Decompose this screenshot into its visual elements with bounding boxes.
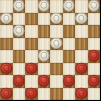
square-r5-c6[interactable] [75,63,88,76]
checker-red[interactable] [38,75,49,86]
square-r0-c5[interactable] [63,0,76,13]
square-r7-c4[interactable] [50,88,63,101]
square-r6-c2 [25,75,38,88]
checker-cream[interactable] [13,25,24,36]
square-r4-c4 [50,50,63,63]
checker-cream[interactable] [51,12,62,23]
square-r0-c7[interactable] [88,0,101,13]
square-r7-c7 [88,88,101,101]
square-r2-c2 [25,25,38,38]
checker-cream[interactable] [63,0,74,11]
checker-red[interactable] [76,62,87,73]
square-r5-c4[interactable] [50,63,63,76]
square-r2-c4 [50,25,63,38]
checker-red[interactable] [1,62,12,73]
checker-cream[interactable] [38,0,49,11]
square-r0-c4 [50,0,63,13]
square-r4-c7[interactable] [88,50,101,63]
square-r7-c5 [63,88,76,101]
square-r7-c2[interactable] [25,88,38,101]
square-r3-c3 [38,38,51,51]
square-r1-c1 [13,13,26,26]
square-r5-c7 [88,63,101,76]
square-r2-c5[interactable] [63,25,76,38]
square-r1-c0[interactable] [0,13,13,26]
square-r5-c3 [38,63,51,76]
square-r2-c6 [75,25,88,38]
square-r6-c6 [75,75,88,88]
checker-cream[interactable] [13,0,24,11]
square-r7-c3 [38,88,51,101]
square-r7-c1 [13,88,26,101]
square-r5-c5 [63,63,76,76]
square-r3-c4[interactable] [50,38,63,51]
checker-cream[interactable] [38,50,49,61]
checker-cream[interactable] [76,12,87,23]
square-r6-c5[interactable] [63,75,76,88]
checker-red[interactable] [13,75,24,86]
square-r3-c5 [63,38,76,51]
square-r1-c3 [38,13,51,26]
square-r3-c1 [13,38,26,51]
checker-red[interactable] [26,87,37,98]
square-r2-c1[interactable] [13,25,26,38]
checker-cream[interactable] [51,37,62,48]
square-r0-c3[interactable] [38,0,51,13]
square-r6-c4 [50,75,63,88]
square-r1-c2[interactable] [25,13,38,26]
square-r3-c7 [88,38,101,51]
square-r6-c7[interactable] [88,75,101,88]
square-r0-c2 [25,0,38,13]
checker-cream[interactable] [88,0,99,11]
checker-red[interactable] [26,62,37,73]
square-r0-c0 [0,0,13,13]
square-r7-c0[interactable] [0,88,13,101]
square-r1-c4[interactable] [50,13,63,26]
checker-red[interactable] [88,50,99,61]
square-r6-c1[interactable] [13,75,26,88]
square-r4-c2 [25,50,38,63]
square-r2-c7[interactable] [88,25,101,38]
square-r4-c3[interactable] [38,50,51,63]
square-r3-c0[interactable] [0,38,13,51]
square-r0-c1[interactable] [13,0,26,13]
square-r2-c3[interactable] [38,25,51,38]
square-r3-c2[interactable] [25,38,38,51]
checker-red[interactable] [63,75,74,86]
checker-cream[interactable] [1,12,12,23]
square-r6-c3[interactable] [38,75,51,88]
square-r4-c6 [75,50,88,63]
square-r4-c1[interactable] [13,50,26,63]
square-r1-c7 [88,13,101,26]
square-r4-c0 [0,50,13,63]
checker-red[interactable] [76,87,87,98]
checkers-board [0,0,100,100]
square-r5-c2[interactable] [25,63,38,76]
square-r3-c6[interactable] [75,38,88,51]
square-r5-c0[interactable] [0,63,13,76]
square-r4-c5[interactable] [63,50,76,63]
square-r5-c1 [13,63,26,76]
square-r6-c0 [0,75,13,88]
square-r1-c6[interactable] [75,13,88,26]
checker-red[interactable] [1,87,12,98]
square-r2-c0 [0,25,13,38]
checker-red[interactable] [88,75,99,86]
square-r1-c5 [63,13,76,26]
square-r7-c6[interactable] [75,88,88,101]
square-r0-c6 [75,0,88,13]
